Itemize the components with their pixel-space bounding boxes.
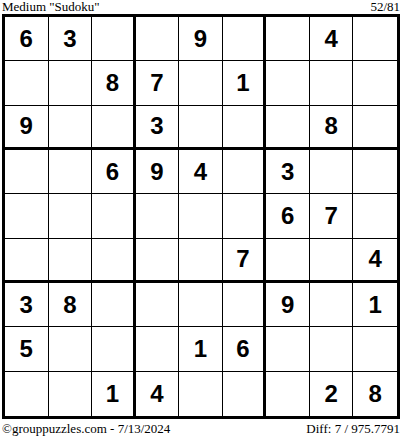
cell-r4c5-given: 4 xyxy=(179,150,223,194)
cell-r6c7-empty[interactable] xyxy=(266,239,310,283)
cell-r5c2-empty[interactable] xyxy=(49,194,93,238)
cell-r7c1-given: 3 xyxy=(5,283,49,327)
cell-r1c5-given: 9 xyxy=(179,17,223,61)
cell-r7c3-empty[interactable] xyxy=(92,283,136,327)
cell-r1c2-given: 3 xyxy=(49,17,93,61)
cell-r1c8-given: 4 xyxy=(310,17,354,61)
cell-r8c3-empty[interactable] xyxy=(92,327,136,371)
cell-r9c4-given: 4 xyxy=(136,372,180,416)
cell-r5c7-given: 6 xyxy=(266,194,310,238)
cell-r2c8-empty[interactable] xyxy=(310,61,354,105)
cell-r8c4-empty[interactable] xyxy=(136,327,180,371)
cell-r1c7-empty[interactable] xyxy=(266,17,310,61)
cell-r1c6-empty[interactable] xyxy=(223,17,267,61)
cell-r5c6-empty[interactable] xyxy=(223,194,267,238)
cell-r3c2-empty[interactable] xyxy=(49,106,93,150)
cell-r8c9-empty[interactable] xyxy=(353,327,397,371)
cell-r2c3-given: 8 xyxy=(92,61,136,105)
cell-r7c8-empty[interactable] xyxy=(310,283,354,327)
cell-r4c3-given: 6 xyxy=(92,150,136,194)
cell-r6c1-empty[interactable] xyxy=(5,239,49,283)
cell-r2c5-empty[interactable] xyxy=(179,61,223,105)
cell-r8c5-given: 1 xyxy=(179,327,223,371)
cell-r4c7-given: 3 xyxy=(266,150,310,194)
sudoku-board: 63948719386943677438915161428 xyxy=(2,14,400,419)
cell-r9c8-given: 2 xyxy=(310,372,354,416)
cell-r1c1-given: 6 xyxy=(5,17,49,61)
cell-r2c6-given: 1 xyxy=(223,61,267,105)
cell-r3c5-empty[interactable] xyxy=(179,106,223,150)
difficulty-text: Diff: 7 / 975.7791 xyxy=(306,422,400,436)
cell-r1c9-empty[interactable] xyxy=(353,17,397,61)
cell-r1c4-empty[interactable] xyxy=(136,17,180,61)
cell-r5c1-empty[interactable] xyxy=(5,194,49,238)
cell-r9c2-empty[interactable] xyxy=(49,372,93,416)
cell-r7c2-given: 8 xyxy=(49,283,93,327)
cell-r5c9-empty[interactable] xyxy=(353,194,397,238)
cell-r9c6-empty[interactable] xyxy=(223,372,267,416)
cell-r7c6-empty[interactable] xyxy=(223,283,267,327)
cell-r7c9-given: 1 xyxy=(353,283,397,327)
cell-r9c3-given: 1 xyxy=(92,372,136,416)
cell-r8c8-empty[interactable] xyxy=(310,327,354,371)
cell-r6c8-empty[interactable] xyxy=(310,239,354,283)
cell-r7c4-empty[interactable] xyxy=(136,283,180,327)
cell-r6c4-empty[interactable] xyxy=(136,239,180,283)
cell-r4c9-empty[interactable] xyxy=(353,150,397,194)
cell-r3c7-empty[interactable] xyxy=(266,106,310,150)
cell-r3c9-empty[interactable] xyxy=(353,106,397,150)
cell-r9c7-empty[interactable] xyxy=(266,372,310,416)
header: Medium "Sudoku" 52/81 xyxy=(0,0,402,14)
cell-r3c4-given: 3 xyxy=(136,106,180,150)
cell-r4c4-given: 9 xyxy=(136,150,180,194)
footer: ©grouppuzzles.com - 7/13/2024 Diff: 7 / … xyxy=(0,419,402,437)
cell-r4c1-empty[interactable] xyxy=(5,150,49,194)
cell-r8c6-given: 6 xyxy=(223,327,267,371)
cell-r3c3-empty[interactable] xyxy=(92,106,136,150)
cell-r6c9-given: 4 xyxy=(353,239,397,283)
cells-remaining-counter: 52/81 xyxy=(370,0,400,13)
cell-r4c8-empty[interactable] xyxy=(310,150,354,194)
cell-r8c1-given: 5 xyxy=(5,327,49,371)
cell-r5c5-empty[interactable] xyxy=(179,194,223,238)
cell-r4c6-empty[interactable] xyxy=(223,150,267,194)
cell-r7c5-empty[interactable] xyxy=(179,283,223,327)
cell-r9c9-given: 8 xyxy=(353,372,397,416)
cell-r6c3-empty[interactable] xyxy=(92,239,136,283)
puzzle-title: Medium "Sudoku" xyxy=(2,0,100,13)
cell-r2c7-empty[interactable] xyxy=(266,61,310,105)
cell-r6c6-given: 7 xyxy=(223,239,267,283)
cell-r8c7-empty[interactable] xyxy=(266,327,310,371)
cell-r2c1-empty[interactable] xyxy=(5,61,49,105)
cell-r4c2-empty[interactable] xyxy=(49,150,93,194)
cell-r5c4-empty[interactable] xyxy=(136,194,180,238)
cell-r3c8-given: 8 xyxy=(310,106,354,150)
cell-r2c4-given: 7 xyxy=(136,61,180,105)
cell-r3c6-empty[interactable] xyxy=(223,106,267,150)
cell-r8c2-empty[interactable] xyxy=(49,327,93,371)
cell-r6c2-empty[interactable] xyxy=(49,239,93,283)
cell-r5c8-given: 7 xyxy=(310,194,354,238)
cell-r5c3-empty[interactable] xyxy=(92,194,136,238)
cell-r9c1-empty[interactable] xyxy=(5,372,49,416)
copyright-text: ©grouppuzzles.com - 7/13/2024 xyxy=(2,422,170,436)
cell-r3c1-given: 9 xyxy=(5,106,49,150)
cell-r7c7-given: 9 xyxy=(266,283,310,327)
cell-r6c5-empty[interactable] xyxy=(179,239,223,283)
cell-r2c2-empty[interactable] xyxy=(49,61,93,105)
cell-r1c3-empty[interactable] xyxy=(92,17,136,61)
cell-r2c9-empty[interactable] xyxy=(353,61,397,105)
cell-r9c5-empty[interactable] xyxy=(179,372,223,416)
